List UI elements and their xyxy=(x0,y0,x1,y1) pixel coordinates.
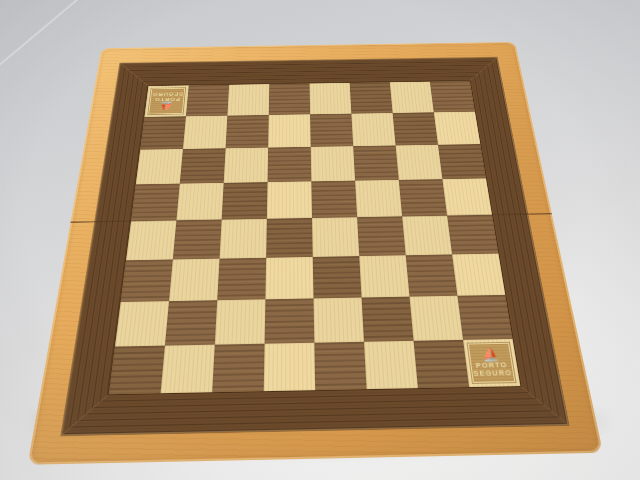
square-c8[interactable] xyxy=(227,84,269,115)
square-d7[interactable] xyxy=(268,114,311,147)
square-b8[interactable] xyxy=(186,85,229,117)
square-g8[interactable] xyxy=(390,82,434,113)
scene: ⛵ PORTO SEGURO ⛵ PORTO SEGURO xyxy=(0,0,640,480)
square-f1[interactable] xyxy=(364,341,418,389)
square-b6[interactable] xyxy=(180,148,226,183)
logo-text-line1: PORTO xyxy=(154,96,180,102)
square-b1[interactable] xyxy=(161,345,215,394)
square-f6[interactable] xyxy=(353,145,399,180)
square-d5[interactable] xyxy=(267,181,312,218)
square-f4[interactable] xyxy=(357,216,406,256)
square-c5[interactable] xyxy=(222,182,268,219)
square-d8[interactable] xyxy=(269,84,310,115)
square-e2[interactable] xyxy=(313,298,363,343)
square-a1[interactable] xyxy=(109,346,165,395)
square-e1[interactable] xyxy=(314,342,366,390)
square-c1[interactable] xyxy=(212,344,264,392)
square-a6[interactable] xyxy=(136,149,183,184)
square-h2[interactable] xyxy=(457,295,512,340)
square-g3[interactable] xyxy=(406,254,458,296)
square-a5[interactable] xyxy=(131,184,180,222)
square-c7[interactable] xyxy=(226,115,269,148)
square-h8[interactable] xyxy=(430,81,475,112)
square-e6[interactable] xyxy=(311,146,355,181)
square-h1[interactable] xyxy=(463,339,520,387)
square-d2[interactable] xyxy=(265,298,315,343)
porto-seguro-logo-a8: ⛵ PORTO SEGURO xyxy=(148,88,185,114)
square-h7[interactable] xyxy=(434,112,481,145)
square-f5[interactable] xyxy=(355,180,402,217)
square-h6[interactable] xyxy=(438,144,486,179)
square-e8[interactable] xyxy=(310,83,352,114)
square-d1[interactable] xyxy=(264,343,315,391)
square-f7[interactable] xyxy=(351,113,395,146)
square-f8[interactable] xyxy=(350,82,393,113)
logo-text-line2: SEGURO xyxy=(152,91,183,97)
square-d6[interactable] xyxy=(268,147,312,182)
square-a7[interactable] xyxy=(140,116,186,149)
chessboard: ⛵ PORTO SEGURO ⛵ PORTO SEGURO xyxy=(28,42,603,465)
square-d4[interactable] xyxy=(266,218,313,258)
square-e7[interactable] xyxy=(310,114,353,147)
square-g1[interactable] xyxy=(414,340,470,388)
square-b2[interactable] xyxy=(165,300,217,345)
square-g7[interactable] xyxy=(393,112,438,145)
square-c2[interactable] xyxy=(215,299,266,344)
square-g6[interactable] xyxy=(396,145,443,180)
square-g2[interactable] xyxy=(409,296,463,341)
square-b5[interactable] xyxy=(176,183,223,221)
square-c6[interactable] xyxy=(224,148,268,183)
square-g5[interactable] xyxy=(399,179,447,216)
square-h5[interactable] xyxy=(442,178,492,215)
square-a2[interactable] xyxy=(115,301,169,346)
caravel-ship-icon: ⛵ xyxy=(159,102,174,111)
square-b7[interactable] xyxy=(183,116,227,149)
square-a3[interactable] xyxy=(121,259,173,302)
square-h3[interactable] xyxy=(452,254,505,296)
square-e5[interactable] xyxy=(311,181,357,218)
square-f2[interactable] xyxy=(362,297,414,342)
